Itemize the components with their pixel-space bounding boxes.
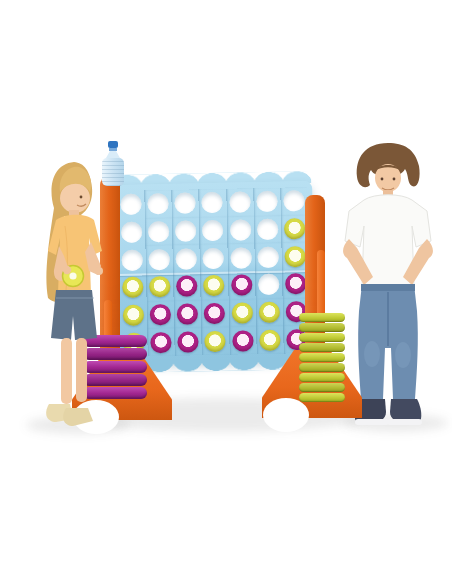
cell-r5c6[interactable] [255,298,283,326]
girl-shoe-right [63,408,93,426]
magenta-disc [177,303,198,324]
cell-r1c5[interactable] [226,188,254,216]
empty-hole [230,219,251,240]
cell-r6c6[interactable] [256,326,284,354]
empty-hole [283,190,304,211]
empty-hole [203,247,224,268]
magenta-disc [176,276,197,297]
cell-r2c6[interactable] [254,215,282,243]
cell-r5c4[interactable] [201,299,229,327]
girl-face [60,183,90,213]
yellow-disc [231,302,252,323]
cell-r6c2[interactable] [147,328,175,356]
stacked-yellow-disc [299,363,345,372]
cell-r4c6[interactable] [255,271,283,299]
cell-r5c5[interactable] [228,299,256,327]
yellow-disc [205,330,226,351]
cell-r1c6[interactable] [253,188,281,216]
empty-hole [149,249,170,270]
boy-eye [393,178,396,181]
cell-r6c5[interactable] [229,326,257,354]
yellow-disc-stack [298,312,346,402]
yellow-disc [259,329,280,350]
cell-r5c2[interactable] [147,301,175,329]
magenta-disc [204,303,225,324]
yellow-disc [204,275,225,296]
girl-leg-left [61,338,72,404]
cell-r2c4[interactable] [199,216,227,244]
magenta-disc [150,304,171,325]
magenta-disc [285,273,306,294]
cell-r1c7[interactable] [280,187,308,215]
empty-hole [202,220,223,241]
cell-r4c4[interactable] [200,272,228,300]
yellow-disc [284,218,305,239]
held-disc-hole [69,272,76,279]
cell-r1c2[interactable] [144,190,172,218]
boy-sole-right [387,419,422,425]
right-stack-pole [317,250,325,316]
cell-r3c3[interactable] [173,245,201,273]
product-photo [0,0,452,584]
empty-hole [175,193,196,214]
yellow-disc [258,302,279,323]
yellow-disc [149,276,170,297]
magenta-disc [231,275,252,296]
stacked-yellow-disc [299,383,345,392]
boy-knee [395,342,411,368]
cell-r2c2[interactable] [145,218,173,246]
cell-r3c4[interactable] [200,244,228,272]
cell-r1c3[interactable] [172,189,200,217]
stacked-yellow-disc [299,353,345,362]
cell-r3c2[interactable] [146,245,174,273]
stacked-yellow-disc [299,393,345,402]
stacked-yellow-disc [299,323,345,332]
magenta-disc [150,332,171,353]
girl-hand-left [63,266,71,274]
stacked-yellow-disc [299,373,345,382]
empty-hole [148,193,169,214]
cell-r3c5[interactable] [227,243,255,271]
bottle-ring [109,148,117,151]
girl-figure [4,154,129,439]
cell-r3c6[interactable] [254,243,282,271]
cell-r4c2[interactable] [146,273,174,301]
empty-hole [257,219,278,240]
cell-r2c5[interactable] [226,216,254,244]
board-grid [117,187,310,357]
empty-hole [148,221,169,242]
cell-r6c4[interactable] [202,327,230,355]
stacked-yellow-disc [299,313,345,322]
cell-r4c3[interactable] [173,272,201,300]
cell-r6c3[interactable] [174,328,202,356]
empty-hole [175,220,196,241]
boy-eye [381,178,384,181]
girl-eye [80,196,83,199]
magenta-disc [232,330,253,351]
empty-hole [256,191,277,212]
bottle-cap-icon [108,141,118,148]
girl-hand-right [95,267,103,275]
empty-hole [229,192,250,213]
girl-leg-right [76,338,87,402]
boy-waistband [361,284,415,291]
stacked-yellow-disc [299,333,345,342]
boy-knee [364,341,380,367]
empty-hole [257,246,278,267]
stacked-yellow-disc [299,343,345,352]
right-foot-arch [263,398,309,432]
cell-r4c5[interactable] [228,271,256,299]
boy-sole-left [355,419,389,425]
empty-hole [202,192,223,213]
boy-sneaker-right [390,399,421,422]
cell-r2c3[interactable] [172,217,200,245]
empty-hole [258,274,279,295]
empty-hole [176,248,197,269]
magenta-disc [178,331,199,352]
yellow-disc [284,246,305,267]
cell-r5c3[interactable] [174,300,202,328]
empty-hole [230,247,251,268]
cell-r1c4[interactable] [199,189,227,217]
